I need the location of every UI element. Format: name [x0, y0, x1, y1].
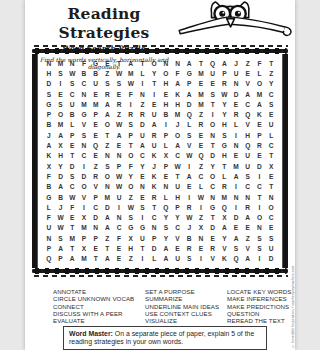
grid-cell: F [125, 89, 137, 99]
grid-cell: A [101, 109, 113, 119]
grid-cell: Y [125, 171, 137, 181]
grid-cell: P [218, 68, 230, 78]
grid-cell: M [172, 109, 184, 119]
grid-cell: L [265, 130, 277, 140]
grid-cell: P [43, 109, 55, 119]
grid-cell: E [230, 99, 242, 109]
grid-cell: M [254, 89, 266, 99]
owl-right-pupil [235, 11, 241, 17]
grid-cell: R [101, 89, 113, 99]
word-list-col1: ANNOTATECIRCLE UNKNOWN VOCABCONNECTDISCU… [53, 288, 145, 324]
grid-cell: U [90, 79, 102, 89]
grid-cell: T [125, 140, 137, 150]
grid-cell: E [265, 109, 277, 119]
grid-cell: D [90, 212, 102, 222]
grid-cell: E [90, 130, 102, 140]
grid-cell: N [230, 140, 242, 150]
grid-cell: N [230, 192, 242, 202]
grid-cell: Z [195, 109, 207, 119]
grid-cell: Q [242, 140, 254, 150]
word-list-item: SET A PURPOSE [145, 288, 227, 295]
grid-cell: N [242, 192, 254, 202]
grid-cell: O [55, 109, 67, 119]
word-list-item: MAKE INFERENCES [227, 295, 295, 302]
grid-cell: N [101, 182, 113, 192]
grid-cell: X [55, 140, 67, 150]
grid-cell: I [55, 79, 67, 89]
grid-cell: W [113, 120, 125, 130]
grid-cell: D [230, 212, 242, 222]
grid-cell: P [43, 243, 55, 253]
grid-cell: I [137, 212, 149, 222]
grid-cell: C [78, 79, 90, 89]
grid-cell: E [148, 99, 160, 109]
grid-cell: E [113, 89, 125, 99]
grid-cell: U [66, 99, 78, 109]
grid-cell: E [183, 182, 195, 192]
grid-cell: V [242, 243, 254, 253]
grid-cell: B [43, 120, 55, 130]
grid-cell: M [195, 68, 207, 78]
grid-cell: N [265, 192, 277, 202]
grid-cell: M [195, 99, 207, 109]
grid-cell: Y [172, 212, 184, 222]
grid-cell: Z [125, 192, 137, 202]
grid-cell: P [183, 79, 195, 89]
grid-cell: Z [195, 161, 207, 171]
grid-cell: C [113, 223, 125, 233]
grid-cell: T [172, 171, 184, 181]
grid-cell: F [172, 68, 184, 78]
grid-cell: U [137, 233, 149, 243]
grid-cell: I [195, 202, 207, 212]
grid-cell: L [148, 254, 160, 264]
grid-cell: E [230, 151, 242, 161]
grid-cell: N [78, 140, 90, 150]
grid-cell: Q [43, 254, 55, 264]
grid-cell: L [183, 120, 195, 130]
grid-cell: U [230, 68, 242, 78]
grid-cell: T [265, 58, 277, 68]
word-list-item: CONNECT [53, 303, 145, 310]
grid-cell: M [90, 99, 102, 109]
grid-cell: K [254, 109, 266, 119]
grid-cell: K [148, 182, 160, 192]
grid-cell: C [66, 182, 78, 192]
grid-cell: A [101, 223, 113, 233]
grid-cell: D [183, 99, 195, 109]
grid-cell: T [66, 223, 78, 233]
grid-cell: N [137, 182, 149, 192]
copyright-vertical-text: © Incredible Inspirations • teacherspayt… [291, 292, 296, 348]
grid-cell: I [195, 254, 207, 264]
grid-cell: F [43, 212, 55, 222]
grid-cell: Z [125, 254, 137, 264]
grid-cell: P [90, 192, 102, 202]
grid-cell: K [218, 254, 230, 264]
grid-cell: E [265, 171, 277, 181]
grid-cell: S [137, 202, 149, 212]
grid-cell: Q [207, 58, 219, 68]
grid-cell: Z [137, 99, 149, 109]
grid-cell: A [55, 243, 67, 253]
grid-cell: U [207, 68, 219, 78]
grid-cell: M [78, 99, 90, 109]
grid-cell: P [148, 233, 160, 243]
grid-cell: M [218, 192, 230, 202]
grid-cell: X [78, 243, 90, 253]
grid-cell: V [172, 233, 184, 243]
puzzle-frame: NMNFGETATONNATQAJZFTHSWBBZWMLYOFGMUPUELZ… [32, 44, 288, 278]
grid-cell: D [230, 89, 242, 99]
grid-cell: J [183, 223, 195, 233]
grid-cell: D [265, 254, 277, 264]
grid-cell: K [43, 151, 55, 161]
grid-cell: L [43, 202, 55, 212]
grid-cell: C [195, 171, 207, 181]
grid-cell: I [78, 202, 90, 212]
grid-cell: T [137, 58, 149, 68]
grid-cell: Y [218, 233, 230, 243]
grid-cell: R [195, 120, 207, 130]
grid-cell: T [101, 243, 113, 253]
grid-cell: L [195, 182, 207, 192]
grid-cell: E [90, 89, 102, 99]
grid-cell: P [172, 202, 184, 212]
grid-cell: R [254, 140, 266, 150]
grid-cell: A [101, 99, 113, 109]
grid-cell: N [101, 151, 113, 161]
grid-cell: S [43, 89, 55, 99]
grid-cell: G [90, 58, 102, 68]
grid-cell: O [254, 212, 266, 222]
grid-cell: W [113, 171, 125, 181]
grid-cell: I [113, 202, 125, 212]
grid-cell: E [90, 151, 102, 161]
grid-cell: A [218, 58, 230, 68]
grid-cell: Q [160, 202, 172, 212]
grid-cell: E [242, 223, 254, 233]
grid-cell: S [254, 243, 266, 253]
grid-cell: F [113, 233, 125, 243]
grid-cell: C [90, 202, 102, 212]
grid-cell: B [160, 109, 172, 119]
grid-cell: W [172, 161, 184, 171]
grid-cell: M [78, 254, 90, 264]
grid-cell: Z [195, 212, 207, 222]
word-list-col3: LOCATE KEY WORDSMAKE INFERENCESMAKE PRED… [227, 288, 295, 324]
word-list-item: QUESTION [227, 310, 295, 317]
grid-cell: C [242, 99, 254, 109]
grid-cell: A [230, 233, 242, 243]
grid-cell: F [125, 161, 137, 171]
grid-cell: D [207, 223, 219, 233]
grid-cell: Y [218, 99, 230, 109]
grid-cell: N [90, 223, 102, 233]
grid-cell: E [254, 151, 266, 161]
grid-cell: C [78, 151, 90, 161]
grid-cell: O [148, 58, 160, 68]
grid-cell: O [207, 171, 219, 181]
grid-cell: D [55, 171, 67, 181]
grid-cell: X [195, 223, 207, 233]
grid-cell: A [230, 171, 242, 181]
grid-cell: Q [230, 254, 242, 264]
grid-cell: E [137, 171, 149, 181]
grid-cell: Q [90, 140, 102, 150]
grid-cell: G [207, 202, 219, 212]
grid-cell: P [125, 130, 137, 140]
grid-cell: A [113, 130, 125, 140]
grid-cell: A [148, 120, 160, 130]
grid-cell: E [101, 58, 113, 68]
grid-cell: O [125, 182, 137, 192]
grid-cell: Z [101, 68, 113, 78]
grid-cell: E [113, 254, 125, 264]
grid-cell: D [43, 79, 55, 89]
grid-cell: S [101, 79, 113, 89]
grid-cell: L [137, 68, 149, 78]
grid-cell: P [113, 161, 125, 171]
grid-cell: B [66, 109, 78, 119]
grid-cell: A [160, 243, 172, 253]
grid-cell: F [78, 58, 90, 68]
grid-cell: C [254, 182, 266, 192]
grid-cell: I [183, 192, 195, 202]
grid-cell: N [78, 89, 90, 99]
grid-cell: R [207, 243, 219, 253]
grid-cell: R [218, 182, 230, 192]
grid-cell: T [66, 151, 78, 161]
grid-cell: A [101, 254, 113, 264]
grid-cell: J [148, 161, 160, 171]
grid-cell: I [254, 202, 266, 212]
word-list-item: MAKE PREDICTIONS [227, 303, 295, 310]
grid-cell: B [90, 68, 102, 78]
word-list-item: ANNOTATE [53, 288, 145, 295]
word-list-item: REREAD THE TEXT [227, 317, 295, 324]
grid-cell: S [265, 233, 277, 243]
grid-cell: C [265, 89, 277, 99]
grid-cell: H [125, 243, 137, 253]
grid-cell: V [78, 120, 90, 130]
word-list-item: VISUALIZE [145, 317, 227, 324]
grid-cell: V [78, 192, 90, 202]
grid-cell: S [183, 254, 195, 264]
word-list-item: LOCATE KEY WORDS [227, 288, 295, 295]
grid-cell: X [160, 151, 172, 161]
grid-cell: E [195, 243, 207, 253]
grid-cell: P [90, 233, 102, 243]
grid-cell: N [195, 233, 207, 243]
grid-cell: E [66, 140, 78, 150]
grid-cell: W [55, 223, 67, 233]
word-list-item: SUMMARIZE [145, 295, 227, 302]
grid-cell: S [254, 233, 266, 243]
grid-cell: Y [55, 161, 67, 171]
grid-cell: E [66, 212, 78, 222]
grid-cell: U [148, 109, 160, 119]
grid-cell: E [230, 223, 242, 233]
grid-cell: N [148, 223, 160, 233]
grid-cell: S [265, 99, 277, 109]
grid-cell: Z [242, 58, 254, 68]
grid-cell: M [66, 233, 78, 243]
grid-cell: C [207, 182, 219, 192]
grid-cell: A [43, 140, 55, 150]
grid-cell: A [125, 58, 137, 68]
word-search-grid: NMNFGETATONNATQAJZFTHSWBBZWMLYOFGMUPUELZ… [43, 58, 277, 264]
grid-cell: D [101, 202, 113, 212]
grid-cell: W [195, 192, 207, 202]
grid-cell: C [66, 89, 78, 99]
grid-cell: C [265, 140, 277, 150]
grid-cell: I [230, 182, 242, 192]
grid-cell: X [218, 212, 230, 222]
grid-cell: O [101, 120, 113, 130]
grid-cell: L [66, 120, 78, 130]
grid-cell: C [172, 223, 184, 233]
grid-cell: U [265, 243, 277, 253]
grid-cell: O [125, 151, 137, 161]
grid-cell: I [183, 161, 195, 171]
grid-cell: N [43, 233, 55, 243]
grid-cell: O [265, 202, 277, 212]
grid-cell: G [183, 68, 195, 78]
grid-cell: S [66, 171, 78, 181]
grid-cell: R [113, 99, 125, 109]
grid-cell: M [101, 192, 113, 202]
grid-cell: T [265, 182, 277, 192]
worksheet-page: Reading Strategies Word Search Puzzle Fi… [25, 0, 295, 350]
grid-cell: C [265, 212, 277, 222]
grid-cell: S [125, 212, 137, 222]
grid-cell: S [55, 99, 67, 109]
grid-cell: N [160, 58, 172, 68]
grid-cell: T [207, 140, 219, 150]
grid-cell: N [207, 130, 219, 140]
grid-cell: T [265, 151, 277, 161]
grid-cell: Q [218, 202, 230, 212]
grid-cell: U [265, 120, 277, 130]
grid-cell: V [242, 120, 254, 130]
grid-cell: T [218, 161, 230, 171]
grid-cell: E [160, 171, 172, 181]
grid-cell: G [78, 109, 90, 119]
grid-cell: X [265, 161, 277, 171]
grid-cell: N [113, 212, 125, 222]
grid-cell: T [148, 202, 160, 212]
grid-cell: I [148, 89, 160, 99]
grid-cell: M [125, 68, 137, 78]
word-list-item: CIRCLE UNKNOWN VOCAB [53, 295, 145, 302]
grid-cell: G [125, 223, 137, 233]
grid-cell: Y [218, 109, 230, 119]
grid-cell: I [254, 171, 266, 181]
grid-cell: H [172, 192, 184, 202]
grid-cell: R [90, 171, 102, 181]
grid-cell: E [137, 192, 149, 202]
grid-cell: V [90, 182, 102, 192]
grid-cell: A [55, 130, 67, 140]
owl-beak [227, 19, 235, 27]
grid-cell: Q [183, 109, 195, 119]
grid-cell: H [160, 99, 172, 109]
grid-cell: D [66, 161, 78, 171]
grid-cell: P [90, 109, 102, 119]
grid-cell: B [55, 192, 67, 202]
grid-cell: S [230, 243, 242, 253]
frame-bottom-swag [32, 274, 288, 278]
grid-cell: A [55, 182, 67, 192]
grid-cell: U [242, 151, 254, 161]
grid-cell: D [137, 120, 149, 130]
grid-cell: R [148, 192, 160, 202]
grid-cell: N [172, 58, 184, 68]
word-list: ANNOTATECIRCLE UNKNOWN VOCABCONNECTDISCU… [53, 288, 281, 324]
grid-cell: T [101, 130, 113, 140]
grid-cell: S [66, 79, 78, 89]
grid-cell: W [125, 79, 137, 89]
grid-cell: R [230, 109, 242, 119]
grid-cell: M [55, 58, 67, 68]
grid-cell: I [207, 109, 219, 119]
grid-cell: P [66, 130, 78, 140]
grid-cell: H [218, 120, 230, 130]
grid-cell: M [195, 89, 207, 99]
grid-cell: W [113, 68, 125, 78]
grid-cell: J [230, 58, 242, 68]
grid-cell: N [137, 89, 149, 99]
grid-cell: W [55, 212, 67, 222]
grid-cell: T [66, 243, 78, 253]
grid-cell: H [218, 151, 230, 161]
grid-cell: E [90, 120, 102, 130]
grid-cell: C [242, 182, 254, 192]
grid-cell: W [66, 68, 78, 78]
grid-cell: N [113, 151, 125, 161]
grid-cell: J [43, 130, 55, 140]
word-list-item: UNDERLINE MAIN IDEAS [145, 303, 227, 310]
grid-cell: S [183, 130, 195, 140]
grid-cell: W [66, 192, 78, 202]
grid-cell: S [113, 79, 125, 89]
grid-cell: E [172, 243, 184, 253]
grid-cell: R [148, 130, 160, 140]
owl-left-pupil [219, 11, 225, 17]
grid-cell: E [265, 223, 277, 233]
grid-cell: V [242, 79, 254, 89]
grid-cell: I [230, 202, 242, 212]
grid-cell: G [43, 192, 55, 202]
grid-cell: O [160, 68, 172, 78]
grid-cell: S [218, 130, 230, 140]
grid-cell: E [113, 140, 125, 150]
word-list-item: EVALUATE [53, 317, 145, 324]
grid-cell: L [218, 171, 230, 181]
word-list-col2: SET A PURPOSESUMMARIZEUNDERLINE MAIN IDE… [145, 288, 227, 324]
grid-cell: I [137, 254, 149, 264]
grid-cell: V [183, 140, 195, 150]
grid-cell: O [101, 171, 113, 181]
grid-cell: A [218, 223, 230, 233]
grid-cell: M [78, 223, 90, 233]
grid-cell: A [183, 58, 195, 68]
grid-cell: A [66, 254, 78, 264]
grid-cell: R [125, 109, 137, 119]
grid-cell: H [172, 99, 184, 109]
grid-cell: K [148, 151, 160, 161]
